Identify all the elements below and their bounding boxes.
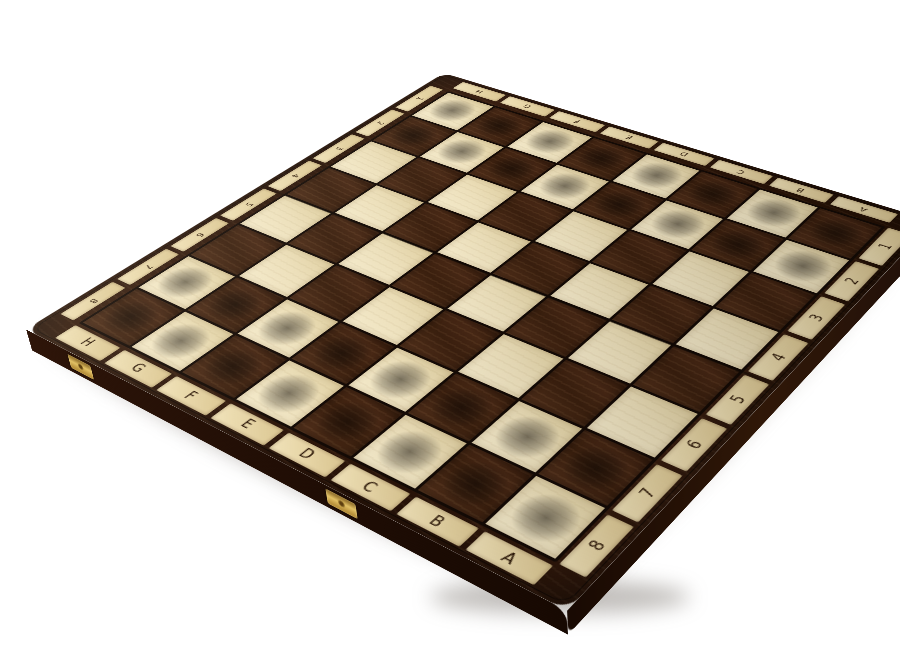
board-perspective-wrapper: HGFEDCBA 87654321 87654321 HGFEDCBA ♜♞♝♛… (144, 0, 836, 620)
queen-beads-accent-icon: ●●● (643, 106, 662, 116)
pawn-glyph: ♟ (764, 193, 838, 275)
rook-glyph: ♜ (485, 402, 600, 529)
chess-board: HGFEDCBA 87654321 87654321 HGFEDCBA ♜♞♝♛… (26, 73, 900, 611)
product-photo-scene: HGFEDCBA 87654321 87654321 HGFEDCBA ♜♞♝♛… (0, 0, 900, 651)
